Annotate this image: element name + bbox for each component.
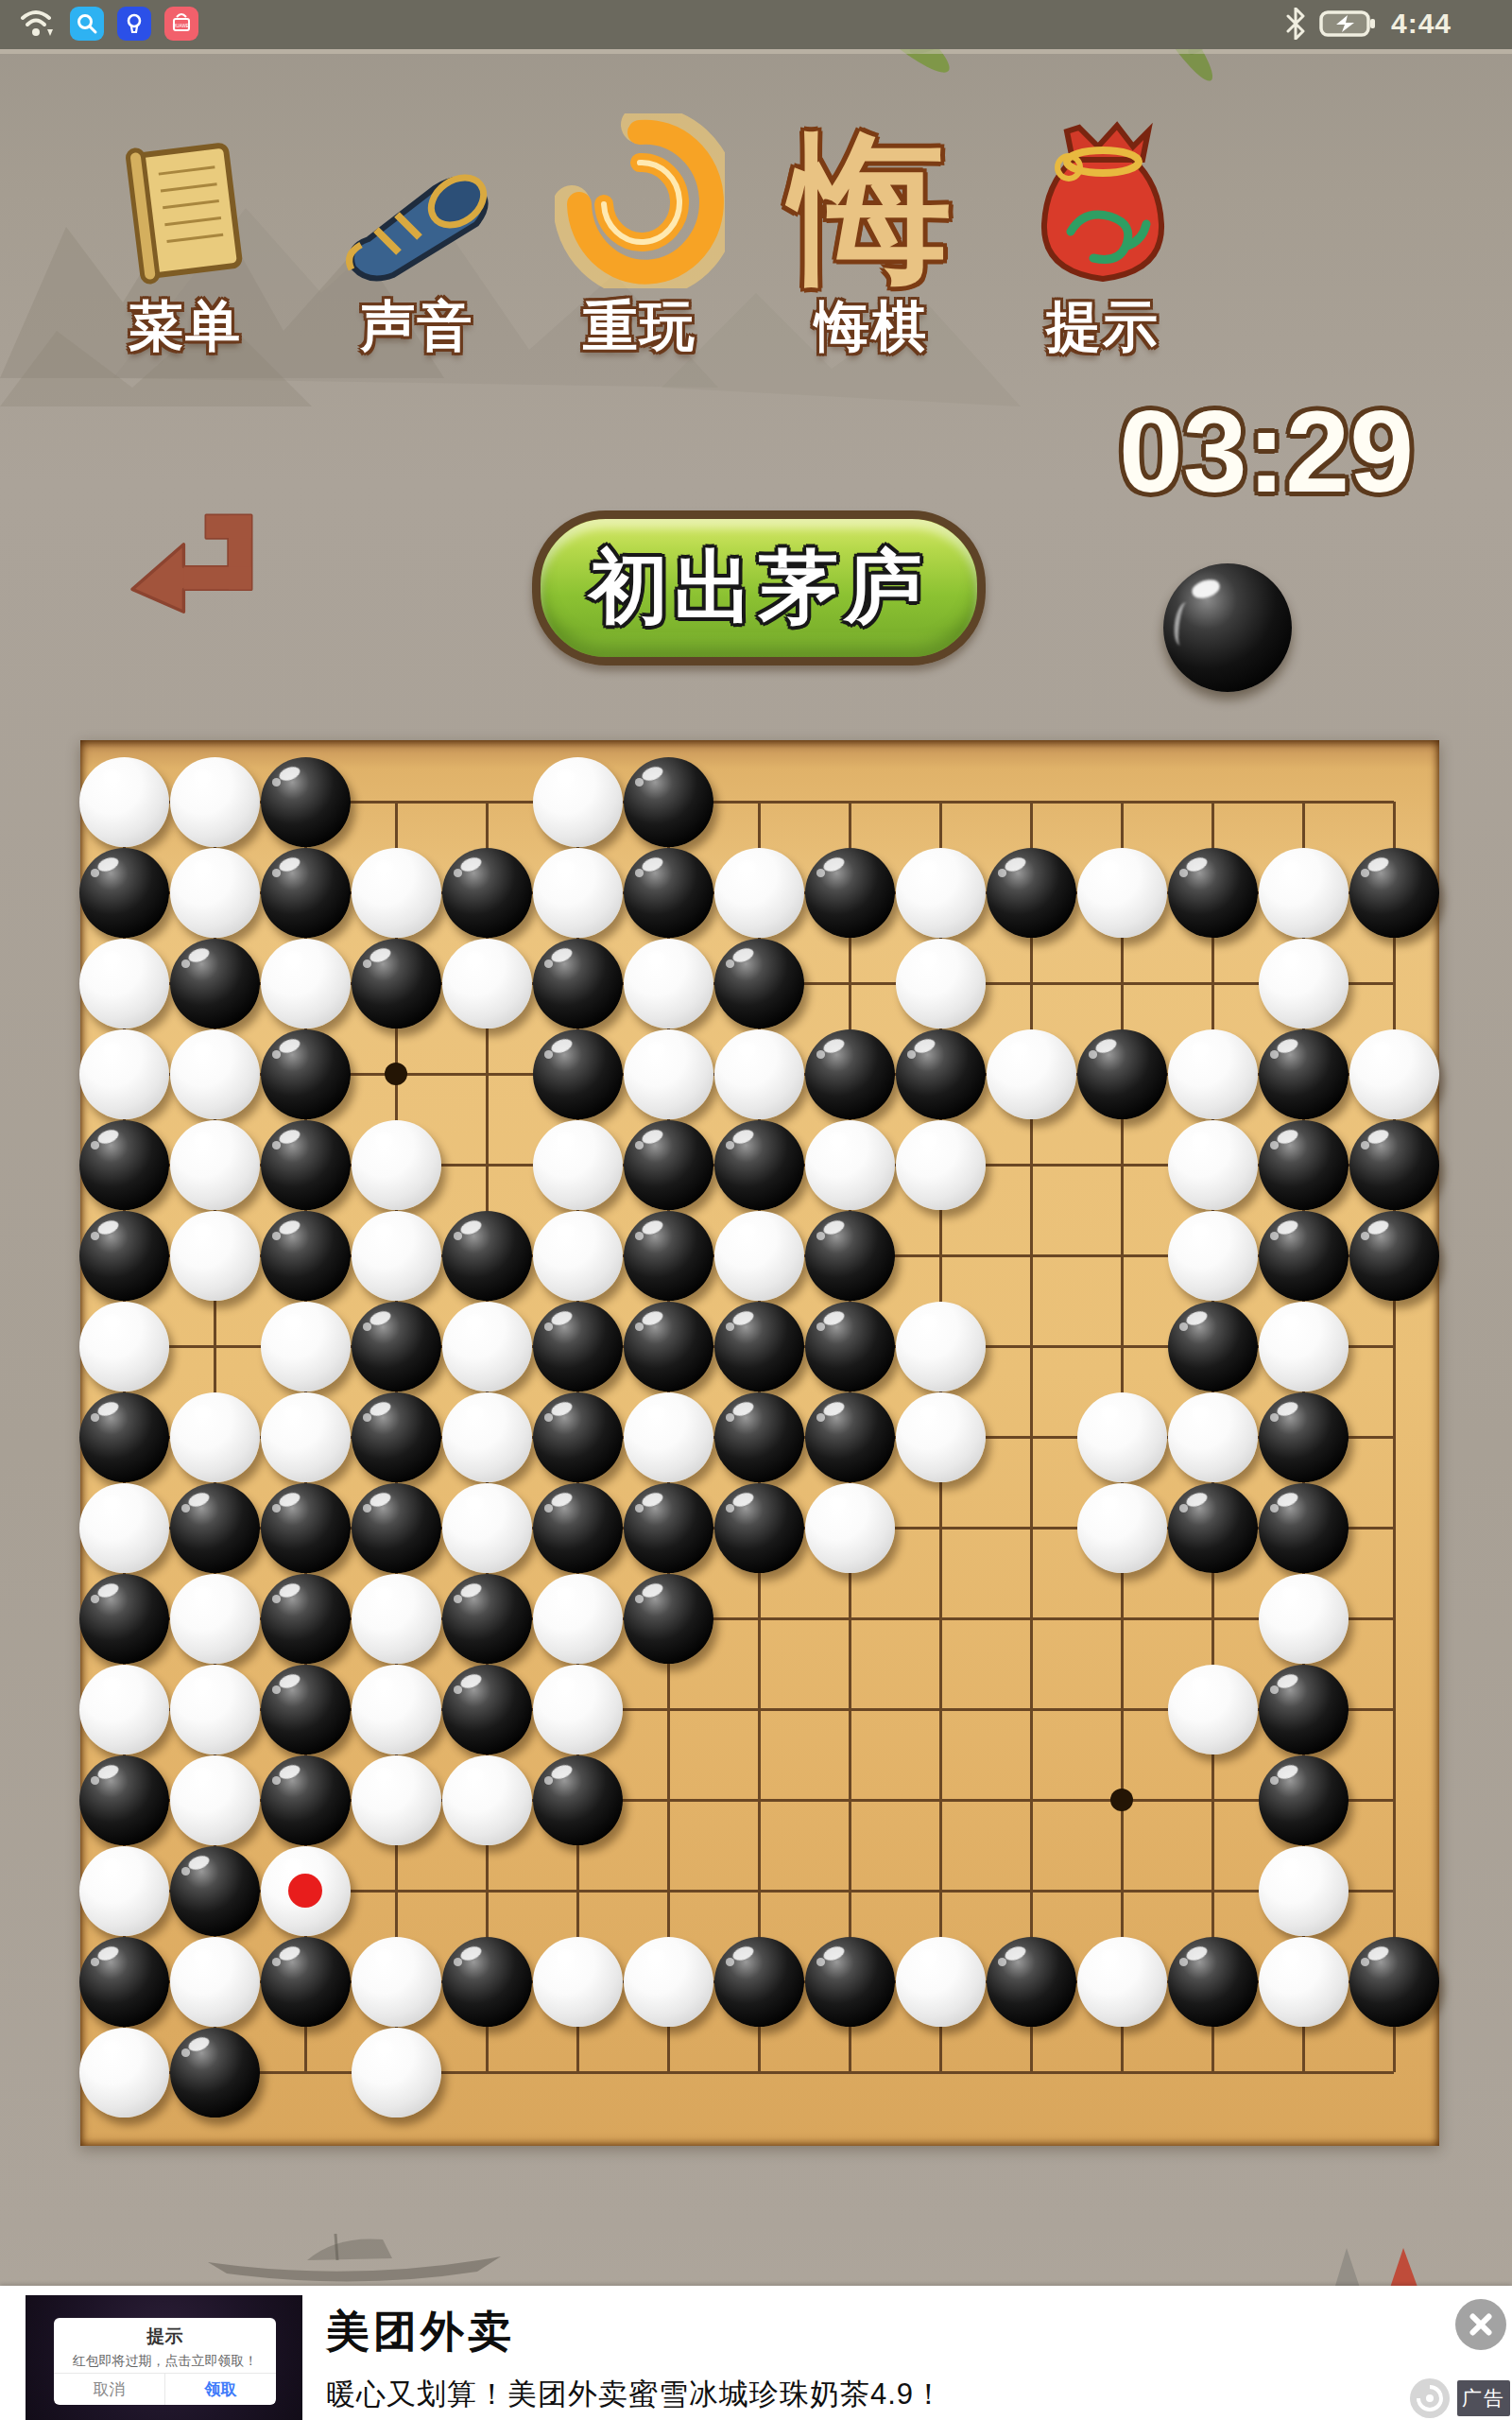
ad-preview-thumbnail: 提示 红包即将过期，点击立即领取！ 取消 领取 bbox=[26, 2295, 302, 2420]
status-bar: HUAWEI 4:44 bbox=[0, 0, 1512, 49]
black-stone[interactable] bbox=[1259, 1755, 1349, 1845]
white-stone[interactable] bbox=[79, 1665, 169, 1754]
white-stone[interactable] bbox=[170, 1937, 260, 2027]
white-stone[interactable] bbox=[1077, 1483, 1167, 1573]
toolbar-label-hint: 提示 bbox=[1013, 290, 1193, 364]
black-stone[interactable] bbox=[1259, 1211, 1349, 1301]
white-stone[interactable] bbox=[1259, 1846, 1349, 1936]
horn-icon bbox=[336, 156, 497, 288]
black-stone[interactable] bbox=[261, 757, 351, 847]
black-stone[interactable] bbox=[442, 848, 532, 938]
white-stone[interactable] bbox=[352, 1574, 441, 1664]
black-stone[interactable] bbox=[624, 757, 713, 847]
black-stone[interactable] bbox=[352, 1483, 441, 1573]
white-stone[interactable] bbox=[624, 1937, 713, 2027]
ad-banner[interactable]: 提示 红包即将过期，点击立即领取！ 取消 领取 美团外卖 暖心又划算！美团外卖蜜… bbox=[0, 2286, 1512, 2420]
grid-line bbox=[1030, 802, 1033, 2072]
white-stone[interactable] bbox=[1077, 1392, 1167, 1482]
white-stone[interactable] bbox=[1077, 848, 1167, 938]
toolbar-button-sound[interactable]: 声音 bbox=[327, 113, 507, 350]
black-stone[interactable] bbox=[170, 939, 260, 1028]
black-stone[interactable] bbox=[805, 1392, 895, 1482]
wifi-icon bbox=[19, 7, 57, 41]
black-stone[interactable] bbox=[79, 848, 169, 938]
black-stone[interactable] bbox=[1259, 1120, 1349, 1210]
black-stone[interactable] bbox=[987, 1937, 1076, 2027]
black-stone[interactable] bbox=[261, 1755, 351, 1845]
black-stone[interactable] bbox=[714, 1483, 804, 1573]
black-stone[interactable] bbox=[79, 1211, 169, 1301]
black-stone[interactable] bbox=[1259, 1483, 1349, 1573]
black-stone[interactable] bbox=[1168, 1937, 1258, 2027]
white-stone[interactable] bbox=[1259, 848, 1349, 938]
toolbar-button-replay[interactable]: 重玩 bbox=[550, 113, 730, 350]
black-stone[interactable] bbox=[261, 848, 351, 938]
black-stone[interactable] bbox=[1259, 1665, 1349, 1754]
game-timer: 03:29 bbox=[1119, 386, 1414, 518]
grid-line bbox=[124, 2071, 1394, 2074]
white-stone[interactable] bbox=[170, 1211, 260, 1301]
black-stone[interactable] bbox=[79, 1120, 169, 1210]
white-stone[interactable] bbox=[442, 1755, 532, 1845]
black-stone[interactable] bbox=[987, 848, 1076, 938]
white-stone[interactable] bbox=[79, 1302, 169, 1391]
white-stone[interactable] bbox=[533, 1120, 623, 1210]
black-stone[interactable] bbox=[1349, 848, 1439, 938]
black-stone[interactable] bbox=[533, 1392, 623, 1482]
white-stone[interactable] bbox=[624, 1029, 713, 1119]
black-stone[interactable] bbox=[624, 1302, 713, 1391]
black-stone[interactable] bbox=[533, 1029, 623, 1119]
toolbar-label-menu: 菜单 bbox=[95, 290, 275, 364]
black-stone[interactable] bbox=[533, 1483, 623, 1573]
rank-label: 初出茅庐 bbox=[589, 534, 929, 642]
scroll-icon bbox=[114, 137, 256, 288]
dialog-cancel-button[interactable]: 取消 bbox=[54, 2374, 165, 2405]
white-stone[interactable] bbox=[170, 1755, 260, 1845]
black-stone[interactable] bbox=[352, 1302, 441, 1391]
white-stone[interactable] bbox=[170, 1120, 260, 1210]
white-stone[interactable] bbox=[352, 1665, 441, 1754]
rank-button[interactable]: 初出茅庐 bbox=[532, 510, 986, 665]
black-stone[interactable] bbox=[1259, 1392, 1349, 1482]
white-stone[interactable] bbox=[805, 1120, 895, 1210]
white-stone[interactable] bbox=[1259, 939, 1349, 1028]
black-stone[interactable] bbox=[624, 1120, 713, 1210]
white-stone[interactable] bbox=[79, 1846, 169, 1936]
ad-close-icon[interactable] bbox=[1455, 2299, 1506, 2350]
black-stone[interactable] bbox=[1168, 1483, 1258, 1573]
dialog-confirm-button[interactable]: 领取 bbox=[165, 2374, 276, 2405]
toolbar-button-hint[interactable]: 提示 bbox=[1013, 113, 1193, 350]
black-stone[interactable] bbox=[805, 1211, 895, 1301]
white-stone[interactable] bbox=[1168, 1665, 1258, 1754]
black-stone[interactable] bbox=[624, 1574, 713, 1664]
white-stone[interactable] bbox=[714, 1211, 804, 1301]
dialog-message: 红包即将过期，点击立即领取！ bbox=[54, 2349, 276, 2370]
huawei-store-icon[interactable]: HUAWEI bbox=[164, 7, 198, 41]
black-stone[interactable] bbox=[896, 1029, 986, 1119]
black-stone[interactable] bbox=[170, 1846, 260, 1936]
black-stone[interactable] bbox=[624, 848, 713, 938]
white-stone[interactable] bbox=[714, 1029, 804, 1119]
white-stone[interactable] bbox=[896, 1120, 986, 1210]
ad-title: 美团外卖 bbox=[326, 2303, 515, 2361]
white-stone[interactable] bbox=[442, 939, 532, 1028]
white-stone[interactable] bbox=[442, 1483, 532, 1573]
black-stone[interactable] bbox=[624, 1483, 713, 1573]
black-stone[interactable] bbox=[714, 1302, 804, 1391]
black-stone[interactable] bbox=[261, 1574, 351, 1664]
white-stone[interactable] bbox=[624, 939, 713, 1028]
ad-network-logo-icon bbox=[1410, 2378, 1450, 2418]
black-stone[interactable] bbox=[624, 1211, 713, 1301]
white-stone[interactable] bbox=[352, 848, 441, 938]
black-stone[interactable] bbox=[714, 1392, 804, 1482]
white-stone[interactable] bbox=[1168, 1029, 1258, 1119]
white-stone[interactable] bbox=[896, 848, 986, 938]
white-stone[interactable] bbox=[261, 939, 351, 1028]
pouch-icon bbox=[1027, 118, 1178, 288]
dialog-title: 提示 bbox=[54, 2318, 276, 2349]
black-stone[interactable] bbox=[1349, 1211, 1439, 1301]
black-stone[interactable] bbox=[352, 939, 441, 1028]
black-stone[interactable] bbox=[442, 1574, 532, 1664]
black-stone[interactable] bbox=[1168, 848, 1258, 938]
undo-character-icon: 悔 bbox=[791, 128, 952, 288]
white-stone[interactable] bbox=[533, 1665, 623, 1754]
toolbar-label-replay: 重玩 bbox=[550, 290, 730, 364]
black-stone[interactable] bbox=[170, 1483, 260, 1573]
black-stone[interactable] bbox=[714, 1120, 804, 1210]
white-stone[interactable] bbox=[261, 1392, 351, 1482]
black-stone[interactable] bbox=[79, 1937, 169, 2027]
white-stone[interactable] bbox=[170, 757, 260, 847]
white-stone[interactable] bbox=[79, 1483, 169, 1573]
white-stone[interactable] bbox=[1259, 1937, 1349, 2027]
black-stone[interactable] bbox=[261, 1211, 351, 1301]
white-stone[interactable] bbox=[352, 1120, 441, 1210]
white-stone[interactable] bbox=[1168, 1120, 1258, 1210]
white-stone[interactable] bbox=[352, 1211, 441, 1301]
black-stone[interactable] bbox=[533, 939, 623, 1028]
white-stone[interactable] bbox=[805, 1483, 895, 1573]
white-stone[interactable] bbox=[533, 1574, 623, 1664]
black-stone[interactable] bbox=[261, 1483, 351, 1573]
white-stone[interactable] bbox=[896, 1302, 986, 1391]
white-stone[interactable] bbox=[533, 757, 623, 847]
white-stone[interactable] bbox=[533, 848, 623, 938]
black-stone[interactable] bbox=[805, 1029, 895, 1119]
black-stone[interactable] bbox=[805, 848, 895, 938]
white-stone[interactable] bbox=[1168, 1392, 1258, 1482]
ad-tag: 广告 bbox=[1457, 2380, 1510, 2416]
clock-time: 4:44 bbox=[1391, 8, 1452, 40]
ad-preview-dialog: 提示 红包即将过期，点击立即领取！ 取消 领取 bbox=[54, 2318, 276, 2405]
last-move-marker bbox=[288, 1874, 322, 1908]
star-point bbox=[1110, 1789, 1133, 1811]
white-stone[interactable] bbox=[1168, 1211, 1258, 1301]
back-arrow-icon[interactable] bbox=[112, 490, 282, 650]
white-stone[interactable] bbox=[170, 1029, 260, 1119]
turn-indicator-black-stone bbox=[1163, 563, 1292, 692]
black-stone[interactable] bbox=[442, 1937, 532, 2027]
black-stone[interactable] bbox=[79, 1574, 169, 1664]
black-stone[interactable] bbox=[261, 1029, 351, 1119]
white-stone[interactable] bbox=[1349, 1029, 1439, 1119]
white-stone[interactable] bbox=[442, 1392, 532, 1482]
svg-text:HUAWEI: HUAWEI bbox=[173, 24, 190, 28]
toolbar-button-menu[interactable]: 菜单 bbox=[95, 113, 275, 350]
black-stone[interactable] bbox=[352, 1392, 441, 1482]
white-stone[interactable] bbox=[170, 1665, 260, 1754]
black-stone[interactable] bbox=[79, 1755, 169, 1845]
go-app-screen: HUAWEI 4:44 菜单 bbox=[0, 0, 1512, 2420]
black-stone[interactable] bbox=[805, 1302, 895, 1391]
ad-subtitle: 暖心又划算！美团外卖蜜雪冰城珍珠奶茶4.9！ bbox=[326, 2375, 944, 2414]
white-stone[interactable] bbox=[987, 1029, 1076, 1119]
search-app-icon[interactable] bbox=[70, 7, 104, 41]
white-stone[interactable] bbox=[1077, 1937, 1167, 2027]
white-stone[interactable] bbox=[714, 848, 804, 938]
white-stone[interactable] bbox=[352, 1937, 441, 2027]
black-stone[interactable] bbox=[170, 2028, 260, 2117]
white-stone[interactable] bbox=[533, 1211, 623, 1301]
white-stone[interactable] bbox=[896, 1937, 986, 2027]
grid-line bbox=[1393, 802, 1396, 2072]
black-stone[interactable] bbox=[1349, 1937, 1439, 2027]
replay-swirl-icon bbox=[555, 113, 725, 288]
bluetooth-icon bbox=[1285, 8, 1306, 40]
white-stone[interactable] bbox=[79, 2028, 169, 2117]
black-stone[interactable] bbox=[1259, 1029, 1349, 1119]
black-stone[interactable] bbox=[442, 1665, 532, 1754]
black-stone[interactable] bbox=[442, 1211, 532, 1301]
black-stone[interactable] bbox=[714, 939, 804, 1028]
black-stone[interactable] bbox=[1077, 1029, 1167, 1119]
white-stone[interactable] bbox=[896, 939, 986, 1028]
white-stone[interactable] bbox=[261, 1302, 351, 1391]
white-stone[interactable] bbox=[79, 757, 169, 847]
black-stone[interactable] bbox=[1349, 1120, 1439, 1210]
black-stone[interactable] bbox=[805, 1937, 895, 2027]
black-stone[interactable] bbox=[261, 1937, 351, 2027]
black-stone[interactable] bbox=[533, 1302, 623, 1391]
black-stone[interactable] bbox=[1168, 1302, 1258, 1391]
white-stone[interactable] bbox=[170, 1574, 260, 1664]
star-point bbox=[385, 1063, 407, 1085]
flashlight-app-icon[interactable] bbox=[117, 7, 151, 41]
black-stone[interactable] bbox=[79, 1392, 169, 1482]
ink-boat bbox=[194, 2226, 515, 2288]
toolbar-button-undo[interactable]: 悔 悔棋 bbox=[782, 113, 961, 350]
red-tassel bbox=[1328, 2248, 1451, 2290]
white-stone[interactable] bbox=[1259, 1302, 1349, 1391]
white-stone[interactable] bbox=[170, 848, 260, 938]
black-stone[interactable] bbox=[261, 1120, 351, 1210]
white-stone[interactable] bbox=[533, 1937, 623, 2027]
white-stone[interactable] bbox=[896, 1392, 986, 1482]
white-stone[interactable] bbox=[442, 1302, 532, 1391]
go-board[interactable] bbox=[80, 740, 1439, 2146]
white-stone[interactable] bbox=[1259, 1574, 1349, 1664]
black-stone[interactable] bbox=[533, 1755, 623, 1845]
white-stone[interactable] bbox=[352, 1755, 441, 1845]
white-stone[interactable] bbox=[79, 939, 169, 1028]
toolbar-label-undo: 悔棋 bbox=[782, 290, 961, 364]
black-stone[interactable] bbox=[714, 1937, 804, 2027]
white-stone[interactable] bbox=[624, 1392, 713, 1482]
white-stone[interactable] bbox=[352, 2028, 441, 2117]
battery-charging-icon bbox=[1319, 9, 1378, 38]
white-stone[interactable] bbox=[170, 1392, 260, 1482]
white-stone[interactable] bbox=[79, 1029, 169, 1119]
black-stone[interactable] bbox=[261, 1665, 351, 1754]
toolbar-label-sound: 声音 bbox=[327, 290, 507, 364]
